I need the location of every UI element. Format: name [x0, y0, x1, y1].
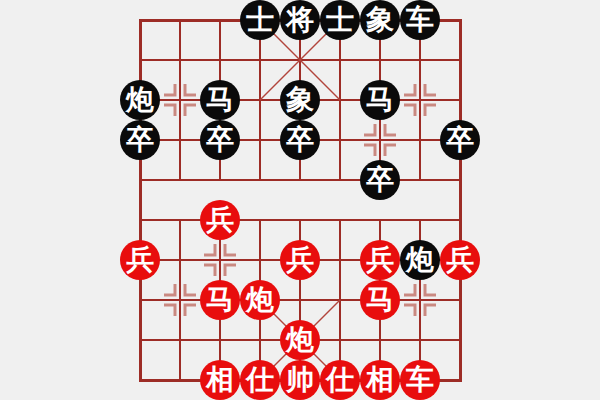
- piece-black-advisor[interactable]: 士: [240, 0, 280, 40]
- piece-glyph: 兵: [446, 246, 474, 274]
- piece-glyph: 兵: [286, 246, 314, 274]
- piece-glyph: 炮: [406, 246, 434, 274]
- piece-glyph: 炮: [126, 86, 154, 114]
- piece-glyph: 仕: [246, 366, 274, 394]
- piece-glyph: 马: [206, 86, 234, 114]
- piece-glyph: 卒: [366, 166, 394, 194]
- piece-glyph: 车: [406, 366, 434, 394]
- piece-black-soldier[interactable]: 卒: [120, 120, 160, 160]
- piece-glyph: 帅: [286, 366, 314, 394]
- piece-red-general[interactable]: 帅: [280, 360, 320, 400]
- piece-red-soldier[interactable]: 兵: [360, 240, 400, 280]
- piece-red-advisor[interactable]: 仕: [320, 360, 360, 400]
- piece-glyph: 象: [366, 6, 394, 34]
- piece-black-soldier[interactable]: 卒: [280, 120, 320, 160]
- piece-red-chariot[interactable]: 车: [400, 360, 440, 400]
- piece-glyph: 将: [286, 6, 314, 34]
- piece-red-horse[interactable]: 马: [360, 280, 400, 320]
- piece-glyph: 卒: [286, 126, 314, 154]
- piece-red-elephant[interactable]: 相: [360, 360, 400, 400]
- piece-glyph: 炮: [286, 326, 314, 354]
- piece-black-elephant[interactable]: 象: [280, 80, 320, 120]
- piece-black-soldier[interactable]: 卒: [200, 120, 240, 160]
- piece-red-soldier[interactable]: 兵: [280, 240, 320, 280]
- piece-black-chariot[interactable]: 车: [400, 0, 440, 40]
- piece-black-advisor[interactable]: 士: [320, 0, 360, 40]
- piece-glyph: 卒: [126, 126, 154, 154]
- piece-glyph: 相: [366, 366, 394, 394]
- piece-red-elephant[interactable]: 相: [200, 360, 240, 400]
- piece-glyph: 炮: [246, 286, 274, 314]
- piece-glyph: 马: [366, 86, 394, 114]
- piece-glyph: 相: [206, 366, 234, 394]
- piece-red-cannon[interactable]: 炮: [280, 320, 320, 360]
- piece-glyph: 卒: [446, 126, 474, 154]
- piece-black-general[interactable]: 将: [280, 0, 320, 40]
- piece-black-horse[interactable]: 马: [360, 80, 400, 120]
- piece-black-cannon[interactable]: 炮: [120, 80, 160, 120]
- xiangqi-board: 士将士象车炮马象马卒卒卒卒卒兵兵兵兵炮兵马炮马炮相仕帅仕相车: [0, 0, 600, 400]
- piece-red-advisor[interactable]: 仕: [240, 360, 280, 400]
- pieces-layer: 士将士象车炮马象马卒卒卒卒卒兵兵兵兵炮兵马炮马炮相仕帅仕相车: [120, 0, 480, 400]
- piece-glyph: 仕: [326, 366, 354, 394]
- piece-red-horse[interactable]: 马: [200, 280, 240, 320]
- piece-glyph: 兵: [126, 246, 154, 274]
- piece-red-soldier[interactable]: 兵: [440, 240, 480, 280]
- piece-red-soldier[interactable]: 兵: [200, 200, 240, 240]
- piece-black-elephant[interactable]: 象: [360, 0, 400, 40]
- piece-black-horse[interactable]: 马: [200, 80, 240, 120]
- piece-red-cannon[interactable]: 炮: [240, 280, 280, 320]
- piece-glyph: 卒: [206, 126, 234, 154]
- piece-glyph: 兵: [206, 206, 234, 234]
- piece-black-soldier[interactable]: 卒: [360, 160, 400, 200]
- piece-black-soldier[interactable]: 卒: [440, 120, 480, 160]
- piece-glyph: 马: [366, 286, 394, 314]
- piece-red-soldier[interactable]: 兵: [120, 240, 160, 280]
- piece-glyph: 象: [286, 86, 314, 114]
- piece-glyph: 士: [326, 6, 354, 34]
- piece-black-cannon[interactable]: 炮: [400, 240, 440, 280]
- piece-glyph: 士: [246, 6, 274, 34]
- piece-glyph: 马: [206, 286, 234, 314]
- piece-glyph: 车: [406, 6, 434, 34]
- piece-glyph: 兵: [366, 246, 394, 274]
